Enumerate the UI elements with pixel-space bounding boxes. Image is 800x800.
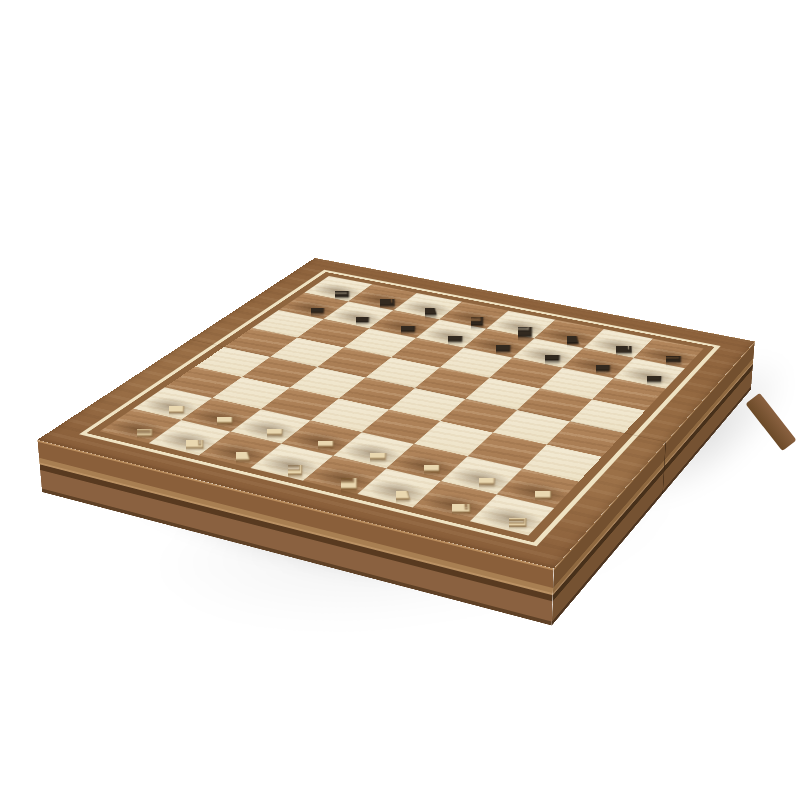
black-pawn-glyph: ♟ bbox=[626, 312, 668, 394]
white-rook-glyph: ♜ bbox=[112, 346, 161, 451]
scene-perspective: ♜♞♝♛♚♝♞♜♟♟♟♟♟♟♟♟♟♟♟♟♟♟♟♟♜♞♝♛♚♝♞♜ bbox=[0, 0, 800, 800]
white-king-glyph: ♚ bbox=[311, 344, 372, 515]
board-top: ♜♞♝♛♚♝♞♜♟♟♟♟♟♟♟♟♟♟♟♟♟♟♟♟♜♞♝♛♚♝♞♜ bbox=[37, 258, 755, 569]
black-pawn-glyph: ♟ bbox=[428, 275, 468, 353]
chess-box: ♜♞♝♛♚♝♞♜♟♟♟♟♟♟♟♟♟♟♟♟♟♟♟♟♜♞♝♛♚♝♞♜ bbox=[37, 258, 755, 569]
fold-seam-right bbox=[662, 442, 666, 495]
product-photo-stage: ♜♞♝♛♚♝♞♜♟♟♟♟♟♟♟♟♟♟♟♟♟♟♟♟♜♞♝♛♚♝♞♜ bbox=[0, 0, 800, 800]
